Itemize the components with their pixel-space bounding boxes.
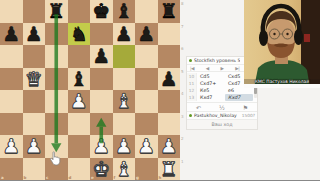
square-f6[interactable] (113, 45, 136, 68)
white-bishop-f1[interactable]: ♝ (113, 158, 136, 181)
square-c7[interactable] (45, 23, 68, 46)
square-d8[interactable] (68, 0, 91, 23)
square-c6[interactable] (45, 45, 68, 68)
square-c2[interactable] (45, 135, 68, 158)
square-d3[interactable] (68, 113, 91, 136)
square-c3[interactable] (45, 113, 68, 136)
square-b6[interactable] (23, 45, 46, 68)
square-g6[interactable] (135, 45, 158, 68)
square-f5[interactable] (113, 68, 136, 91)
webcam-bottom-strip (244, 84, 320, 88)
square-e1[interactable]: e♚ (90, 158, 113, 181)
square-h1[interactable]: h♜ (158, 158, 181, 181)
white-pawn-b2[interactable]: ♟ (23, 135, 46, 158)
square-f2[interactable]: ♟ (113, 135, 136, 158)
square-b5[interactable]: ♛ (23, 68, 46, 91)
black-pawn-h5[interactable]: ♟ (158, 68, 181, 91)
player-row: Pastukhov_Nikolay 1500? (187, 112, 257, 120)
move-number: 11 (187, 80, 197, 87)
square-d7[interactable]: ♞ (68, 23, 91, 46)
square-h2[interactable]: ♟ (158, 135, 181, 158)
right-column: Stockfish уровень 5 |◀ ◀ ▶ ▶| A 10Сd5Схd… (186, 0, 320, 180)
move-row-12: 12Кe5e6 (187, 87, 257, 94)
square-e7[interactable] (90, 23, 113, 46)
square-e5[interactable] (90, 68, 113, 91)
white-pawn-h2[interactable]: ♟ (158, 135, 181, 158)
square-f1[interactable]: f♝ (113, 158, 136, 181)
square-b7[interactable]: ♟ (23, 23, 46, 46)
white-pawn-a2[interactable]: ♟ (0, 135, 23, 158)
square-d5[interactable]: ♝ (68, 68, 91, 91)
square-e8[interactable]: ♚ (90, 0, 113, 23)
online-status-icon (189, 59, 192, 62)
nav-last-button[interactable]: ▶| (235, 66, 239, 71)
square-c5[interactable] (45, 68, 68, 91)
chess-board: ♜♚♝♜♟♟♞♟♟♟♛♝♟♟♝♟♟♟♟♟♟abcde♚f♝gh♜ (0, 0, 180, 180)
file-label-b: b (24, 176, 27, 180)
square-b4[interactable] (23, 90, 46, 113)
move-black[interactable]: Кхd7 (225, 94, 253, 101)
square-h5[interactable]: ♟ (158, 68, 181, 91)
player-rating: 1500? (242, 113, 255, 118)
move-number: 12 (187, 87, 197, 94)
move-white[interactable]: Кхd7 (197, 94, 225, 101)
square-f4[interactable]: ♝ (113, 90, 136, 113)
square-d2[interactable] (68, 135, 91, 158)
square-a8[interactable] (0, 0, 23, 23)
black-pawn-g7[interactable]: ♟ (135, 23, 158, 46)
player-online-icon (189, 114, 192, 117)
square-b1[interactable]: b (23, 158, 46, 181)
square-g4[interactable] (135, 90, 158, 113)
square-b2[interactable]: ♟ (23, 135, 46, 158)
square-g3[interactable] (135, 113, 158, 136)
square-c4[interactable] (45, 90, 68, 113)
square-e3[interactable] (90, 113, 113, 136)
file-label-h: h (159, 176, 162, 180)
board-grid: ♜♚♝♜♟♟♞♟♟♟♛♝♟♟♝♟♟♟♟♟♟abcde♚f♝gh♜ (0, 0, 180, 180)
nav-prev-button[interactable]: ◀ (206, 66, 209, 71)
white-queen-b5[interactable]: ♛ (23, 68, 46, 91)
white-pawn-f2[interactable]: ♟ (113, 135, 136, 158)
black-rook-c8[interactable]: ♜ (45, 0, 68, 23)
square-g7[interactable]: ♟ (135, 23, 158, 46)
square-a2[interactable]: ♟ (0, 135, 23, 158)
square-h7[interactable] (158, 23, 181, 46)
square-a5[interactable] (0, 68, 23, 91)
move-number: 13 (187, 94, 197, 101)
black-pawn-e6[interactable]: ♟ (90, 45, 113, 68)
black-king-e8[interactable]: ♚ (90, 0, 113, 23)
takeback-button[interactable]: ↶ (196, 103, 201, 112)
square-d6[interactable] (68, 45, 91, 68)
player-name: Pastukhov_Nikolay (194, 113, 240, 118)
square-a1[interactable]: a (0, 158, 23, 181)
square-f3[interactable] (113, 113, 136, 136)
nav-next-button[interactable]: ▶ (220, 66, 223, 71)
resign-flag-button[interactable]: ⚑ (243, 103, 248, 112)
move-white[interactable]: Сd5 (197, 73, 225, 80)
square-a7[interactable]: ♟ (0, 23, 23, 46)
square-g8[interactable] (135, 0, 158, 23)
white-pawn-d4[interactable]: ♟ (68, 90, 91, 113)
square-h6[interactable] (158, 45, 181, 68)
opponent-name: Stockfish уровень 5 (194, 58, 240, 63)
square-c1[interactable]: c (45, 158, 68, 181)
stream-frame: ♜♚♝♜♟♟♞♟♟♟♛♝♟♟♝♟♟♟♟♟♟abcde♚f♝gh♜ 8765432… (0, 0, 320, 180)
game-controls: ↶ ½ ⚑ (187, 103, 257, 112)
file-label-a: a (1, 176, 4, 180)
file-label-f: f (114, 176, 116, 180)
black-bishop-f8[interactable]: ♝ (113, 0, 136, 23)
square-g2[interactable]: ♟ (135, 135, 158, 158)
white-bishop-f4[interactable]: ♝ (113, 90, 136, 113)
square-d1[interactable]: d (68, 158, 91, 181)
move-white[interactable]: Схd7+ (197, 80, 225, 87)
move-number: 10 (187, 73, 197, 80)
square-g5[interactable] (135, 68, 158, 91)
square-e4[interactable] (90, 90, 113, 113)
draw-offer-button[interactable]: ½ (219, 103, 225, 112)
webcam-video: КМС Пастухов Николай (244, 0, 320, 88)
square-d4[interactable]: ♟ (68, 90, 91, 113)
move-black[interactable]: e6 (225, 87, 253, 94)
black-pawn-f7[interactable]: ♟ (113, 23, 136, 46)
move-row-13: 13Кхd7Кхd7 (187, 94, 257, 101)
file-label-d: d (69, 176, 72, 180)
square-h4[interactable] (158, 90, 181, 113)
white-pawn-g2[interactable]: ♟ (135, 135, 158, 158)
file-label-c: c (46, 176, 48, 180)
turn-indicator: Ваш ход (187, 120, 257, 129)
square-a6[interactable] (0, 45, 23, 68)
square-g1[interactable]: g (135, 158, 158, 181)
square-f7[interactable]: ♟ (113, 23, 136, 46)
white-pawn-e2[interactable]: ♟ (90, 135, 113, 158)
square-a3[interactable] (0, 113, 23, 136)
square-e2[interactable]: ♟ (90, 135, 113, 158)
square-e6[interactable]: ♟ (90, 45, 113, 68)
black-knight-d7[interactable]: ♞ (68, 23, 91, 46)
square-c8[interactable]: ♜ (45, 0, 68, 23)
streamer-illustration (244, 0, 320, 88)
square-b3[interactable] (23, 113, 46, 136)
move-white[interactable]: Кe5 (197, 87, 225, 94)
black-pawn-b7[interactable]: ♟ (23, 23, 46, 46)
file-label-g: g (136, 176, 139, 180)
black-rook-h8[interactable]: ♜ (158, 0, 181, 23)
square-h3[interactable] (158, 113, 181, 136)
nav-first-button[interactable]: |◀ (190, 66, 194, 71)
black-pawn-a7[interactable]: ♟ (0, 23, 23, 46)
square-b8[interactable] (23, 0, 46, 23)
square-a4[interactable] (0, 90, 23, 113)
square-f8[interactable]: ♝ (113, 0, 136, 23)
file-label-e: e (91, 176, 94, 180)
black-bishop-d5[interactable]: ♝ (68, 68, 91, 91)
square-h8[interactable]: ♜ (158, 0, 181, 23)
